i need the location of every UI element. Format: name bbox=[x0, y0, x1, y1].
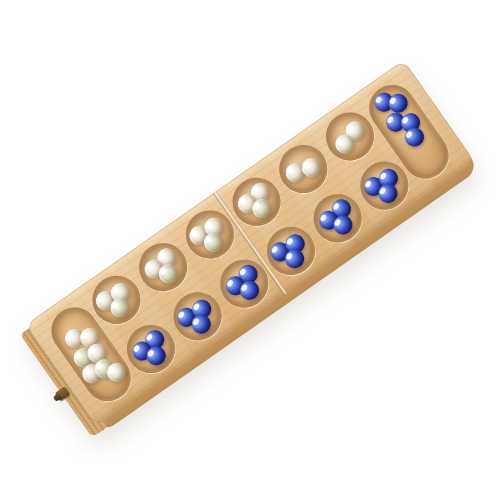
pit-clear-5 bbox=[269, 136, 336, 203]
board-top-face bbox=[25, 60, 475, 427]
pit-clear-3 bbox=[176, 201, 243, 268]
pit-clear-4 bbox=[223, 169, 290, 236]
board-shadow bbox=[0, 0, 500, 500]
pit-clear-2 bbox=[129, 234, 196, 301]
mancala-board bbox=[25, 60, 475, 427]
product-photo-scene bbox=[0, 0, 500, 500]
